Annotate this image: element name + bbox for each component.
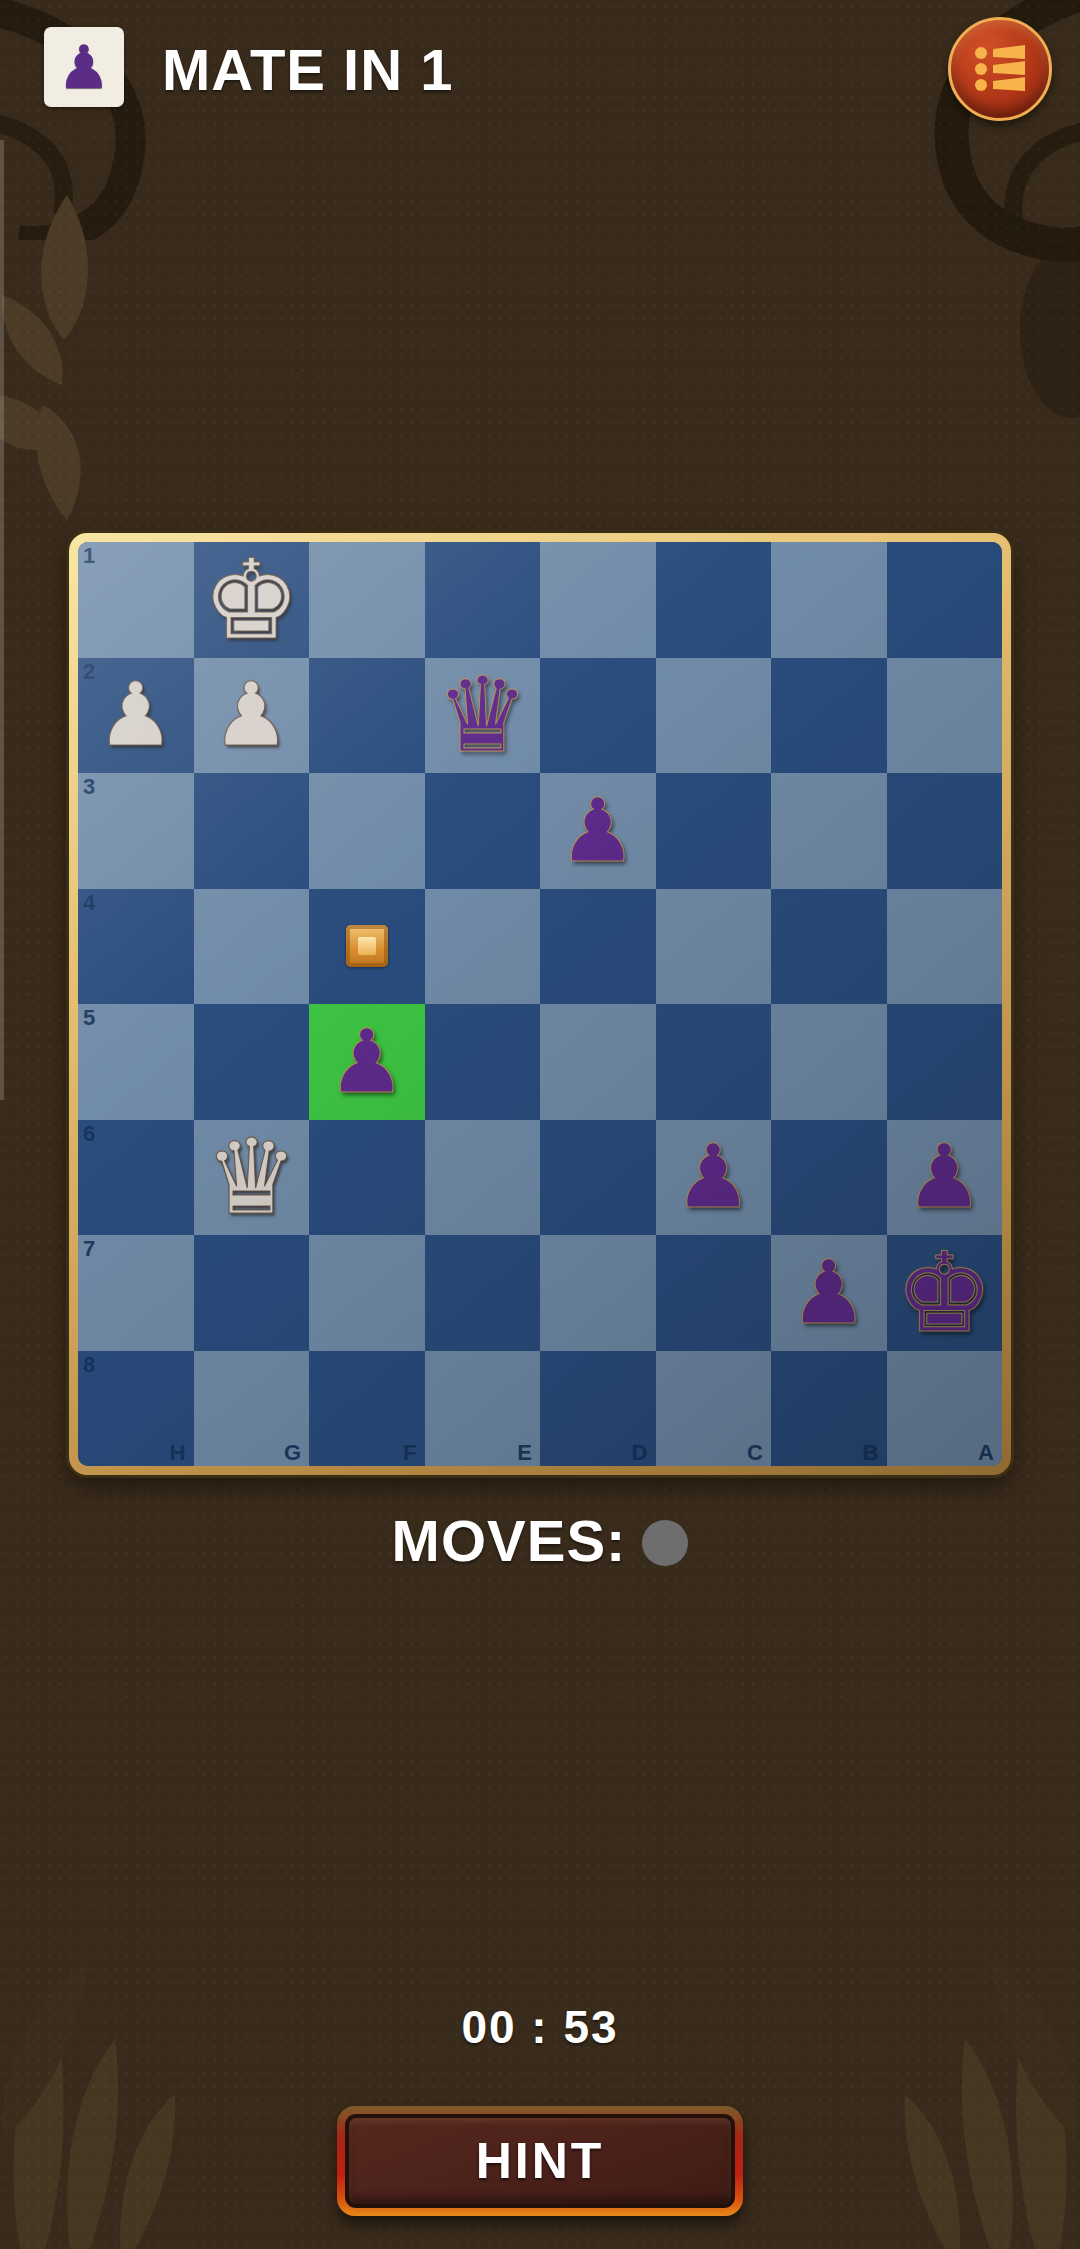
rank-label-8: 8 (83, 1352, 95, 1378)
square-a2[interactable] (887, 658, 1003, 774)
hint-button-label: HINT (476, 2132, 605, 2190)
square-c3[interactable] (656, 773, 772, 889)
piece-black-pawn[interactable]: ♟ (327, 1018, 406, 1106)
chess-board: 1♚2♟♟♛3♟45♟6♛♟♟7♟♚8HGFEDCBA (78, 542, 1002, 1466)
piece-black-pawn[interactable]: ♟ (674, 1133, 753, 1221)
square-c4[interactable] (656, 889, 772, 1005)
file-label-D: D (632, 1440, 648, 1466)
square-a7[interactable]: ♚ (887, 1235, 1003, 1351)
hint-button-face: HINT (345, 2114, 735, 2208)
timer: 00 : 53 (0, 2000, 1080, 2054)
square-e8[interactable]: E (425, 1351, 541, 1467)
piece-white-queen[interactable]: ♛ (205, 1125, 298, 1229)
square-d1[interactable] (540, 542, 656, 658)
piece-white-pawn[interactable]: ♟ (212, 671, 291, 759)
rank-label-3: 3 (83, 774, 95, 800)
square-c6[interactable]: ♟ (656, 1120, 772, 1236)
square-f2[interactable] (309, 658, 425, 774)
app-icon-tile: ♟ (44, 27, 124, 107)
square-h8[interactable]: 8H (78, 1351, 194, 1467)
square-e1[interactable] (425, 542, 541, 658)
square-b4[interactable] (771, 889, 887, 1005)
screen-edge-highlight (0, 140, 4, 1100)
hint-button[interactable]: HINT (337, 2106, 743, 2216)
square-e5[interactable] (425, 1004, 541, 1120)
square-b1[interactable] (771, 542, 887, 658)
square-b2[interactable] (771, 658, 887, 774)
square-e4[interactable] (425, 889, 541, 1005)
square-h5[interactable]: 5 (78, 1004, 194, 1120)
square-h7[interactable]: 7 (78, 1235, 194, 1351)
header-bar: ♟ MATE IN 1 (0, 0, 1080, 140)
piece-black-pawn[interactable]: ♟ (558, 787, 637, 875)
square-d3[interactable]: ♟ (540, 773, 656, 889)
corner-ornament-bottom-left (0, 1889, 190, 2249)
piece-black-queen[interactable]: ♛ (436, 663, 529, 767)
file-label-E: E (517, 1440, 532, 1466)
rank-label-7: 7 (83, 1236, 95, 1262)
square-c5[interactable] (656, 1004, 772, 1120)
square-h6[interactable]: 6 (78, 1120, 194, 1236)
piece-black-pawn[interactable]: ♟ (905, 1133, 984, 1221)
square-a5[interactable] (887, 1004, 1003, 1120)
square-b5[interactable] (771, 1004, 887, 1120)
board-frame: 1♚2♟♟♛3♟45♟6♛♟♟7♟♚8HGFEDCBA (69, 533, 1011, 1475)
square-f8[interactable]: F (309, 1351, 425, 1467)
square-d8[interactable]: D (540, 1351, 656, 1467)
square-h2[interactable]: 2♟ (78, 658, 194, 774)
square-h4[interactable]: 4 (78, 889, 194, 1005)
square-f7[interactable] (309, 1235, 425, 1351)
square-b8[interactable]: B (771, 1351, 887, 1467)
square-d5[interactable] (540, 1004, 656, 1120)
piece-white-pawn[interactable]: ♟ (96, 671, 175, 759)
square-e7[interactable] (425, 1235, 541, 1351)
file-label-B: B (863, 1440, 879, 1466)
square-b6[interactable] (771, 1120, 887, 1236)
square-g7[interactable] (194, 1235, 310, 1351)
rank-label-4: 4 (83, 890, 95, 916)
file-label-C: C (747, 1440, 763, 1466)
board-grid: 1♚2♟♟♛3♟45♟6♛♟♟7♟♚8HGFEDCBA (78, 542, 1002, 1466)
square-e6[interactable] (425, 1120, 541, 1236)
piece-black-pawn[interactable]: ♟ (789, 1249, 868, 1337)
page-title: MATE IN 1 (162, 34, 454, 104)
square-h1[interactable]: 1 (78, 542, 194, 658)
square-g4[interactable] (194, 889, 310, 1005)
piece-white-king[interactable]: ♚ (202, 545, 301, 655)
piece-black-king[interactable]: ♚ (895, 1238, 994, 1348)
square-f6[interactable] (309, 1120, 425, 1236)
square-e2[interactable]: ♛ (425, 658, 541, 774)
square-g6[interactable]: ♛ (194, 1120, 310, 1236)
file-label-G: G (284, 1440, 301, 1466)
square-a3[interactable] (887, 773, 1003, 889)
file-label-F: F (403, 1440, 416, 1466)
square-c2[interactable] (656, 658, 772, 774)
moves-row: MOVES: (0, 1498, 1080, 1582)
square-d4[interactable] (540, 889, 656, 1005)
rank-label-5: 5 (83, 1005, 95, 1031)
square-a6[interactable]: ♟ (887, 1120, 1003, 1236)
square-g3[interactable] (194, 773, 310, 889)
square-g5[interactable] (194, 1004, 310, 1120)
app-screen: ♟ MATE IN 1 1♚2♟♟♛3♟45♟6♛♟♟7♟♚8HGFEDCBA … (0, 0, 1080, 2249)
legal-move-marker[interactable] (346, 925, 388, 967)
file-label-H: H (170, 1440, 186, 1466)
rank-label-1: 1 (83, 543, 95, 569)
square-a1[interactable] (887, 542, 1003, 658)
square-f4[interactable] (309, 889, 425, 1005)
square-c7[interactable] (656, 1235, 772, 1351)
rank-label-6: 6 (83, 1121, 95, 1147)
square-h3[interactable]: 3 (78, 773, 194, 889)
ornament-left-lotus (0, 175, 152, 555)
square-b7[interactable]: ♟ (771, 1235, 887, 1351)
menu-button[interactable] (948, 17, 1052, 121)
square-a4[interactable] (887, 889, 1003, 1005)
rank-label-2: 2 (83, 659, 95, 685)
moves-label: MOVES: (392, 1507, 627, 1574)
square-b3[interactable] (771, 773, 887, 889)
purple-pawn-icon: ♟ (57, 37, 111, 97)
square-f5[interactable]: ♟ (309, 1004, 425, 1120)
file-label-A: A (978, 1440, 994, 1466)
square-c8[interactable]: C (656, 1351, 772, 1467)
square-g2[interactable]: ♟ (194, 658, 310, 774)
square-d2[interactable] (540, 658, 656, 774)
square-g1[interactable]: ♚ (194, 542, 310, 658)
square-a8[interactable]: A (887, 1351, 1003, 1467)
square-d7[interactable] (540, 1235, 656, 1351)
square-d6[interactable] (540, 1120, 656, 1236)
square-e3[interactable] (425, 773, 541, 889)
corner-ornament-bottom-right (890, 1889, 1080, 2249)
list-menu-icon (969, 38, 1031, 100)
square-f1[interactable] (309, 542, 425, 658)
moves-indicator-circle (642, 1520, 688, 1566)
legal-move-marker-core (358, 937, 376, 955)
square-c1[interactable] (656, 542, 772, 658)
square-g8[interactable]: G (194, 1351, 310, 1467)
square-f3[interactable] (309, 773, 425, 889)
